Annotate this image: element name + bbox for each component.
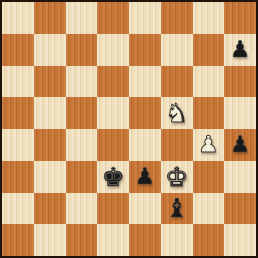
square-e2[interactable]: [129, 193, 161, 225]
square-g6[interactable]: [193, 66, 225, 98]
square-c5[interactable]: [66, 97, 98, 129]
square-d2[interactable]: [97, 193, 129, 225]
white-king-icon: ♚: [165, 164, 188, 190]
square-d7[interactable]: [97, 34, 129, 66]
square-g4[interactable]: ♟: [193, 129, 225, 161]
square-f6[interactable]: [161, 66, 193, 98]
square-b5[interactable]: [34, 97, 66, 129]
square-h7[interactable]: ♟: [224, 34, 256, 66]
square-a3[interactable]: [2, 161, 34, 193]
square-a1[interactable]: [2, 224, 34, 256]
square-b3[interactable]: [34, 161, 66, 193]
square-b4[interactable]: [34, 129, 66, 161]
square-g1[interactable]: [193, 224, 225, 256]
square-a8[interactable]: [2, 2, 34, 34]
square-e4[interactable]: [129, 129, 161, 161]
square-d3[interactable]: ♚: [97, 161, 129, 193]
square-c8[interactable]: [66, 2, 98, 34]
square-d4[interactable]: [97, 129, 129, 161]
square-d1[interactable]: [97, 224, 129, 256]
square-g8[interactable]: [193, 2, 225, 34]
square-f2[interactable]: ♝: [161, 193, 193, 225]
square-h5[interactable]: [224, 97, 256, 129]
square-h6[interactable]: [224, 66, 256, 98]
square-e1[interactable]: [129, 224, 161, 256]
square-c4[interactable]: [66, 129, 98, 161]
square-g5[interactable]: [193, 97, 225, 129]
black-king-icon: ♚: [101, 164, 124, 190]
square-b7[interactable]: [34, 34, 66, 66]
square-h2[interactable]: [224, 193, 256, 225]
black-pawn-icon: ♟: [230, 133, 251, 156]
square-b1[interactable]: [34, 224, 66, 256]
square-c2[interactable]: [66, 193, 98, 225]
square-e7[interactable]: [129, 34, 161, 66]
square-h1[interactable]: [224, 224, 256, 256]
square-f4[interactable]: [161, 129, 193, 161]
square-d6[interactable]: [97, 66, 129, 98]
square-d5[interactable]: [97, 97, 129, 129]
square-a6[interactable]: [2, 66, 34, 98]
square-f7[interactable]: [161, 34, 193, 66]
square-a2[interactable]: [2, 193, 34, 225]
square-h8[interactable]: [224, 2, 256, 34]
white-knight-icon: ♞: [165, 100, 188, 126]
square-h4[interactable]: ♟: [224, 129, 256, 161]
square-f1[interactable]: [161, 224, 193, 256]
chess-board: ♟♞♟♟♚♟♚♝: [0, 0, 258, 258]
square-f5[interactable]: ♞: [161, 97, 193, 129]
square-e8[interactable]: [129, 2, 161, 34]
square-d8[interactable]: [97, 2, 129, 34]
white-pawn-icon: ♟: [198, 133, 219, 156]
square-a5[interactable]: [2, 97, 34, 129]
square-c3[interactable]: [66, 161, 98, 193]
square-c7[interactable]: [66, 34, 98, 66]
black-bishop-icon: ♝: [165, 195, 188, 221]
square-e5[interactable]: [129, 97, 161, 129]
black-pawn-icon: ♟: [135, 165, 156, 188]
black-pawn-icon: ♟: [230, 38, 251, 61]
square-c1[interactable]: [66, 224, 98, 256]
square-a4[interactable]: [2, 129, 34, 161]
square-a7[interactable]: [2, 34, 34, 66]
square-b2[interactable]: [34, 193, 66, 225]
square-e6[interactable]: [129, 66, 161, 98]
square-h3[interactable]: [224, 161, 256, 193]
square-b8[interactable]: [34, 2, 66, 34]
square-f8[interactable]: [161, 2, 193, 34]
chessboard-window: ♟♞♟♟♚♟♚♝: [0, 0, 258, 258]
square-g2[interactable]: [193, 193, 225, 225]
square-g7[interactable]: [193, 34, 225, 66]
square-c6[interactable]: [66, 66, 98, 98]
square-f3[interactable]: ♚: [161, 161, 193, 193]
square-b6[interactable]: [34, 66, 66, 98]
square-g3[interactable]: [193, 161, 225, 193]
square-e3[interactable]: ♟: [129, 161, 161, 193]
